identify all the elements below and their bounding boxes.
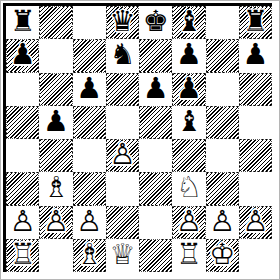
square-d3 — [106, 172, 139, 205]
chess-board: ♜♛♚♝♜♟♞♟♟♟♟♟♟♝♟♙♝♗♞♘♟♙♟♙♟♙♟♙♟♙♟♙♜♖♝♗♛♕♜♖… — [6, 6, 272, 272]
square-e4 — [139, 139, 172, 172]
white-rook-icon: ♜♖ — [7, 240, 38, 271]
black-rook-icon: ♜ — [6, 6, 39, 39]
black-pawn-icon: ♟ — [139, 73, 172, 106]
square-b6 — [39, 73, 72, 106]
black-pawn-icon: ♟ — [173, 74, 204, 105]
square-h4 — [239, 139, 272, 172]
square-c4 — [73, 139, 106, 172]
square-f4 — [172, 139, 205, 172]
square-h1 — [239, 239, 272, 272]
square-f7: ♟ — [172, 39, 205, 72]
square-b5: ♟ — [39, 106, 72, 139]
black-pawn-icon: ♟ — [7, 40, 38, 71]
white-queen-icon: ♛♕ — [106, 239, 139, 272]
square-e8: ♚ — [139, 6, 172, 39]
square-e2 — [139, 206, 172, 239]
black-pawn-icon: ♟ — [172, 39, 205, 72]
square-g7 — [206, 39, 239, 72]
square-h3 — [239, 172, 272, 205]
black-king-icon: ♚ — [139, 6, 172, 39]
white-pawn-icon: ♟♙ — [107, 140, 138, 171]
square-c6: ♟ — [73, 73, 106, 106]
white-knight-icon: ♞♘ — [172, 172, 205, 205]
black-pawn-icon: ♟ — [39, 106, 72, 139]
square-g8 — [206, 6, 239, 39]
square-f1: ♜♖ — [172, 239, 205, 272]
square-h7: ♟ — [239, 39, 272, 72]
square-d7: ♞ — [106, 39, 139, 72]
square-d2 — [106, 206, 139, 239]
square-b2: ♟♙ — [39, 206, 72, 239]
square-h8: ♜ — [239, 6, 272, 39]
black-pawn-icon: ♟ — [239, 39, 272, 72]
black-rook-icon: ♜ — [240, 7, 271, 38]
black-bishop-icon: ♝ — [172, 106, 205, 139]
white-pawn-icon: ♟♙ — [240, 207, 271, 238]
square-b7 — [39, 39, 72, 72]
square-g1: ♚♔ — [206, 239, 239, 272]
square-a2: ♟♙ — [6, 206, 39, 239]
square-h5 — [239, 106, 272, 139]
square-g5 — [206, 106, 239, 139]
white-king-icon: ♚♔ — [207, 240, 238, 271]
square-a4 — [6, 139, 39, 172]
square-e5 — [139, 106, 172, 139]
square-h6 — [239, 73, 272, 106]
square-b3: ♝♗ — [39, 172, 72, 205]
square-d8: ♛ — [106, 6, 139, 39]
square-g4 — [206, 139, 239, 172]
square-e6: ♟ — [139, 73, 172, 106]
square-c2: ♟♙ — [73, 206, 106, 239]
black-bishop-icon: ♝ — [173, 7, 204, 38]
chess-diagram: ♜♛♚♝♜♟♞♟♟♟♟♟♟♝♟♙♝♗♞♘♟♙♟♙♟♙♟♙♟♙♟♙♜♖♝♗♛♕♜♖… — [0, 0, 280, 280]
white-bishop-icon: ♝♗ — [74, 240, 105, 271]
white-rook-icon: ♜♖ — [172, 239, 205, 272]
square-f6: ♟ — [172, 73, 205, 106]
white-pawn-icon: ♟♙ — [173, 207, 204, 238]
black-queen-icon: ♛ — [107, 7, 138, 38]
square-b8 — [39, 6, 72, 39]
black-knight-icon: ♞ — [106, 39, 139, 72]
square-d4: ♟♙ — [106, 139, 139, 172]
square-a6 — [6, 73, 39, 106]
square-e3 — [139, 172, 172, 205]
square-e1 — [139, 239, 172, 272]
black-pawn-icon: ♟ — [73, 73, 106, 106]
square-g3 — [206, 172, 239, 205]
square-c5 — [73, 106, 106, 139]
white-pawn-icon: ♟♙ — [40, 207, 71, 238]
square-g2: ♟♙ — [206, 206, 239, 239]
square-c7 — [73, 39, 106, 72]
square-a8: ♜ — [6, 6, 39, 39]
white-pawn-icon: ♟♙ — [6, 206, 39, 239]
square-e7 — [139, 39, 172, 72]
white-bishop-icon: ♝♗ — [39, 172, 72, 205]
square-h2: ♟♙ — [239, 206, 272, 239]
square-a1: ♜♖ — [6, 239, 39, 272]
square-a5 — [6, 106, 39, 139]
square-d6 — [106, 73, 139, 106]
white-pawn-icon: ♟♙ — [73, 206, 106, 239]
square-c1: ♝♗ — [73, 239, 106, 272]
square-c3 — [73, 172, 106, 205]
square-f8: ♝ — [172, 6, 205, 39]
square-f5: ♝ — [172, 106, 205, 139]
square-b1 — [39, 239, 72, 272]
square-b4 — [39, 139, 72, 172]
square-g6 — [206, 73, 239, 106]
square-c8 — [73, 6, 106, 39]
square-f2: ♟♙ — [172, 206, 205, 239]
square-d1: ♛♕ — [106, 239, 139, 272]
square-d5 — [106, 106, 139, 139]
square-f3: ♞♘ — [172, 172, 205, 205]
square-a7: ♟ — [6, 39, 39, 72]
white-pawn-icon: ♟♙ — [206, 206, 239, 239]
square-a3 — [6, 172, 39, 205]
